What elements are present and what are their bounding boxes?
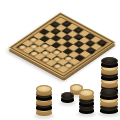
checkers-board: ⛂⛂⛂⛂⛂⛂⛂⛂⛂⛂⛂⛂⛀⛀⛀⛀⛀⛀⛀⛀⛀⛀⛀⛀ [8,12,115,77]
spare-stack-left: ⛀⛂⛀⛂⛀ [36,85,52,116]
checkers-set-photo: ⛂⛂⛂⛂⛂⛂⛂⛂⛂⛂⛂⛂⛀⛀⛀⛀⛀⛀⛀⛀⛀⛀⛀⛀ ⛀⛂⛀⛂⛀⛀⛂⛀⛂⛂⛂⛀⛂⛀⛂… [0,0,120,120]
spare-single-black: ⛂ [61,92,74,103]
spare-checker-light[interactable]: ⛀ [36,85,52,96]
board-grid: ⛂⛂⛂⛂⛂⛂⛂⛂⛂⛂⛂⛂⛀⛀⛀⛀⛀⛀⛀⛀⛀⛀⛀⛀ [17,17,107,72]
spare-stack-middle: ⛀⛂⛂ [79,89,94,114]
spare-checker-black[interactable]: ⛂ [61,92,74,103]
spare-checker-black[interactable]: ⛂ [100,89,118,100]
spare-checker-light[interactable]: ⛀ [79,89,94,100]
spare-checker-black[interactable]: ⛂ [101,57,118,68]
spare-stack-right-lower: ⛂⛀⛂ [100,89,118,114]
